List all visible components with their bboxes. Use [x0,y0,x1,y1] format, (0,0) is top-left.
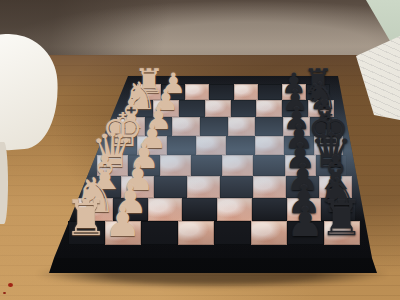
cloth-left-sliver [0,142,8,224]
piece-black-pawn-a7: ♟ [287,202,324,243]
red-speck [8,283,13,287]
wood-panel-background [0,0,400,59]
piece-black-rook-a8: ♜ [320,194,364,243]
piece-white-pawn-a2: ♟ [104,202,141,243]
piece-white-rook-a1: ♜ [64,194,108,243]
photo-chess-set-scene: ♜ ♟ ♟ ♜ ♞ ♟ ♟ ♞ ♝ ♟ ♟ ♝ ♚ ♟ ♟ ♚ ♛ ♟ ♟ ♛ [0,0,400,300]
pieces-file-a: ♜ ♟ ♟ ♜ [68,221,360,245]
